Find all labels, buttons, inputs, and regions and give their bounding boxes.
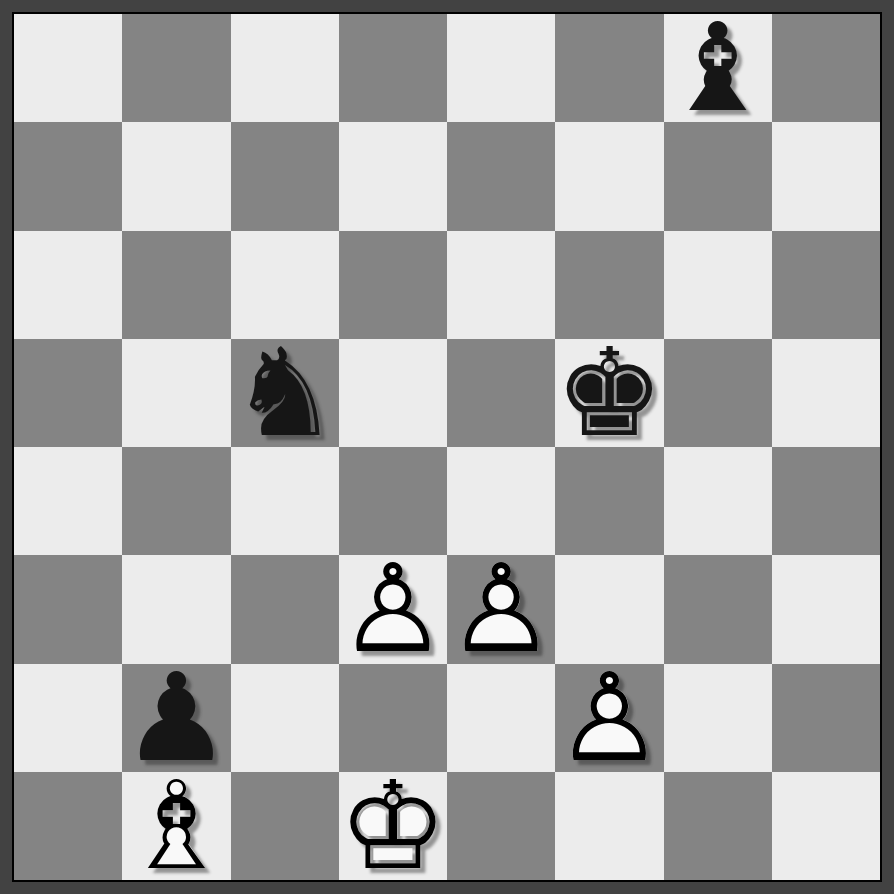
square-f3[interactable]	[555, 555, 663, 663]
square-a3[interactable]	[14, 555, 122, 663]
black-king-glyph: ♚	[555, 339, 663, 447]
white-pawn-piece[interactable]: ♟♙	[447, 555, 555, 663]
square-h3[interactable]	[772, 555, 880, 663]
square-a2[interactable]	[14, 664, 122, 772]
board-frame: ♝♞♚♟♙♟♙♟♟♙♝♗♚♔	[0, 0, 894, 894]
chess-board: ♝♞♚♟♙♟♙♟♟♙♝♗♚♔	[12, 12, 882, 882]
square-b4[interactable]	[122, 447, 230, 555]
square-h8[interactable]	[772, 14, 880, 122]
square-g5[interactable]	[664, 339, 772, 447]
square-f7[interactable]	[555, 122, 663, 230]
square-g4[interactable]	[664, 447, 772, 555]
square-g6[interactable]	[664, 231, 772, 339]
square-h4[interactable]	[772, 447, 880, 555]
square-c2[interactable]	[231, 664, 339, 772]
square-b2[interactable]: ♟	[122, 664, 230, 772]
square-d7[interactable]	[339, 122, 447, 230]
square-d8[interactable]	[339, 14, 447, 122]
square-e5[interactable]	[447, 339, 555, 447]
square-e7[interactable]	[447, 122, 555, 230]
square-a7[interactable]	[14, 122, 122, 230]
square-g3[interactable]	[664, 555, 772, 663]
square-h6[interactable]	[772, 231, 880, 339]
white-king-piece[interactable]: ♚♔	[339, 772, 447, 880]
black-bishop-piece[interactable]: ♝	[664, 14, 772, 122]
black-pawn-piece[interactable]: ♟	[122, 664, 230, 772]
square-f1[interactable]	[555, 772, 663, 880]
black-pawn-glyph: ♟	[122, 664, 230, 772]
white-bishop-glyph: ♗	[122, 772, 230, 880]
square-g7[interactable]	[664, 122, 772, 230]
square-b3[interactable]	[122, 555, 230, 663]
square-a6[interactable]	[14, 231, 122, 339]
square-f5[interactable]: ♚	[555, 339, 663, 447]
square-f2[interactable]: ♟♙	[555, 664, 663, 772]
square-d6[interactable]	[339, 231, 447, 339]
square-c1[interactable]	[231, 772, 339, 880]
square-d3[interactable]: ♟♙	[339, 555, 447, 663]
square-b1[interactable]: ♝♗	[122, 772, 230, 880]
square-c7[interactable]	[231, 122, 339, 230]
white-pawn-body: ♟	[555, 664, 663, 772]
white-pawn-piece[interactable]: ♟♙	[555, 664, 663, 772]
white-pawn-glyph: ♙	[339, 555, 447, 663]
black-knight-piece[interactable]: ♞	[231, 339, 339, 447]
square-a4[interactable]	[14, 447, 122, 555]
square-g8[interactable]: ♝	[664, 14, 772, 122]
square-e4[interactable]	[447, 447, 555, 555]
square-d2[interactable]	[339, 664, 447, 772]
square-h7[interactable]	[772, 122, 880, 230]
square-g1[interactable]	[664, 772, 772, 880]
white-pawn-body: ♟	[339, 555, 447, 663]
square-b5[interactable]	[122, 339, 230, 447]
chess-app: ♝♞♚♟♙♟♙♟♟♙♝♗♚♔	[0, 0, 894, 894]
square-b6[interactable]	[122, 231, 230, 339]
square-e8[interactable]	[447, 14, 555, 122]
square-c8[interactable]	[231, 14, 339, 122]
square-b7[interactable]	[122, 122, 230, 230]
white-bishop-piece[interactable]: ♝♗	[122, 772, 230, 880]
white-bishop-body: ♝	[122, 772, 230, 880]
square-d1[interactable]: ♚♔	[339, 772, 447, 880]
square-f6[interactable]	[555, 231, 663, 339]
square-f4[interactable]	[555, 447, 663, 555]
white-king-glyph: ♔	[339, 772, 447, 880]
square-c5[interactable]: ♞	[231, 339, 339, 447]
black-knight-glyph: ♞	[231, 339, 339, 447]
square-g2[interactable]	[664, 664, 772, 772]
white-pawn-glyph: ♙	[555, 664, 663, 772]
white-pawn-piece[interactable]: ♟♙	[339, 555, 447, 663]
white-pawn-body: ♟	[447, 555, 555, 663]
black-king-piece[interactable]: ♚	[555, 339, 663, 447]
square-a5[interactable]	[14, 339, 122, 447]
square-b8[interactable]	[122, 14, 230, 122]
square-e2[interactable]	[447, 664, 555, 772]
square-f8[interactable]	[555, 14, 663, 122]
square-h2[interactable]	[772, 664, 880, 772]
square-e6[interactable]	[447, 231, 555, 339]
square-d5[interactable]	[339, 339, 447, 447]
square-h1[interactable]	[772, 772, 880, 880]
black-bishop-glyph: ♝	[664, 14, 772, 122]
square-c4[interactable]	[231, 447, 339, 555]
white-king-body: ♚	[339, 772, 447, 880]
square-c6[interactable]	[231, 231, 339, 339]
square-a8[interactable]	[14, 14, 122, 122]
square-e1[interactable]	[447, 772, 555, 880]
square-e3[interactable]: ♟♙	[447, 555, 555, 663]
square-h5[interactable]	[772, 339, 880, 447]
white-pawn-glyph: ♙	[447, 555, 555, 663]
square-a1[interactable]	[14, 772, 122, 880]
square-d4[interactable]	[339, 447, 447, 555]
square-c3[interactable]	[231, 555, 339, 663]
